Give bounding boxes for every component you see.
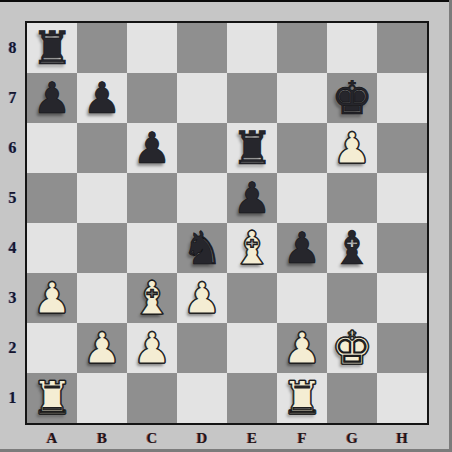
file-label-a: A: [27, 427, 77, 449]
rank-label-8: 8: [0, 23, 25, 73]
square-b4[interactable]: [77, 223, 127, 273]
rank-label-4: 4: [0, 223, 25, 273]
chess-board: ♜♟♟♚♟♜♟♟♞♝♟♝♟♝♟♟♟♟♚♜♜: [25, 21, 429, 425]
piece-white-pawn-g6[interactable]: ♟: [333, 123, 372, 173]
square-d7[interactable]: [177, 73, 227, 123]
square-a7[interactable]: ♟: [27, 73, 77, 123]
rank-label-3: 3: [0, 273, 25, 323]
piece-white-king-g2[interactable]: ♚: [331, 323, 372, 373]
rank-label-7: 7: [0, 73, 25, 123]
square-e8[interactable]: [227, 23, 277, 73]
piece-black-rook-a8[interactable]: ♜: [31, 23, 72, 73]
square-g3[interactable]: [327, 273, 377, 323]
square-a5[interactable]: [27, 173, 77, 223]
square-h8[interactable]: [377, 23, 427, 73]
square-g5[interactable]: [327, 173, 377, 223]
square-g8[interactable]: [327, 23, 377, 73]
rank-label-5: 5: [0, 173, 25, 223]
square-e4[interactable]: ♝: [227, 223, 277, 273]
square-c8[interactable]: [127, 23, 177, 73]
square-b8[interactable]: [77, 23, 127, 73]
rank-label-2: 2: [0, 323, 25, 373]
square-h1[interactable]: [377, 373, 427, 423]
square-c2[interactable]: ♟: [127, 323, 177, 373]
piece-white-pawn-b2[interactable]: ♟: [83, 323, 122, 373]
square-a2[interactable]: [27, 323, 77, 373]
square-b2[interactable]: ♟: [77, 323, 127, 373]
square-f7[interactable]: [277, 73, 327, 123]
piece-white-pawn-a3[interactable]: ♟: [33, 273, 72, 323]
square-e5[interactable]: ♟: [227, 173, 277, 223]
file-label-e: E: [227, 427, 277, 449]
square-b6[interactable]: [77, 123, 127, 173]
square-c3[interactable]: ♝: [127, 273, 177, 323]
square-f3[interactable]: [277, 273, 327, 323]
square-c1[interactable]: [127, 373, 177, 423]
square-h2[interactable]: [377, 323, 427, 373]
square-e2[interactable]: [227, 323, 277, 373]
piece-black-bishop-g4[interactable]: ♝: [331, 223, 372, 273]
square-f6[interactable]: [277, 123, 327, 173]
file-label-b: B: [77, 427, 127, 449]
rank-label-1: 1: [0, 373, 25, 423]
piece-black-king-g7[interactable]: ♚: [331, 73, 372, 123]
square-a6[interactable]: [27, 123, 77, 173]
square-g1[interactable]: [327, 373, 377, 423]
square-d4[interactable]: ♞: [177, 223, 227, 273]
piece-white-pawn-c2[interactable]: ♟: [133, 323, 172, 373]
square-b5[interactable]: [77, 173, 127, 223]
square-e3[interactable]: [227, 273, 277, 323]
piece-white-pawn-d3[interactable]: ♟: [183, 273, 222, 323]
square-f5[interactable]: [277, 173, 327, 223]
square-c5[interactable]: [127, 173, 177, 223]
square-f1[interactable]: ♜: [277, 373, 327, 423]
piece-white-rook-f1[interactable]: ♜: [281, 373, 322, 423]
piece-black-pawn-e5[interactable]: ♟: [233, 173, 272, 223]
square-f2[interactable]: ♟: [277, 323, 327, 373]
piece-black-knight-d4[interactable]: ♞: [181, 223, 222, 273]
square-a1[interactable]: ♜: [27, 373, 77, 423]
piece-white-rook-a1[interactable]: ♜: [31, 373, 72, 423]
square-b7[interactable]: ♟: [77, 73, 127, 123]
square-h4[interactable]: [377, 223, 427, 273]
square-a3[interactable]: ♟: [27, 273, 77, 323]
square-c7[interactable]: [127, 73, 177, 123]
file-label-d: D: [177, 427, 227, 449]
piece-black-pawn-b7[interactable]: ♟: [83, 73, 122, 123]
square-g7[interactable]: ♚: [327, 73, 377, 123]
square-d8[interactable]: [177, 23, 227, 73]
square-h5[interactable]: [377, 173, 427, 223]
file-label-h: H: [377, 427, 427, 449]
square-g4[interactable]: ♝: [327, 223, 377, 273]
square-d1[interactable]: [177, 373, 227, 423]
square-c6[interactable]: ♟: [127, 123, 177, 173]
square-c4[interactable]: [127, 223, 177, 273]
piece-white-bishop-e4[interactable]: ♝: [231, 223, 272, 273]
square-f4[interactable]: ♟: [277, 223, 327, 273]
square-h7[interactable]: [377, 73, 427, 123]
square-d3[interactable]: ♟: [177, 273, 227, 323]
square-a4[interactable]: [27, 223, 77, 273]
square-e6[interactable]: ♜: [227, 123, 277, 173]
file-label-c: C: [127, 427, 177, 449]
piece-black-pawn-c6[interactable]: ♟: [133, 123, 172, 173]
square-h3[interactable]: [377, 273, 427, 323]
square-g6[interactable]: ♟: [327, 123, 377, 173]
square-g2[interactable]: ♚: [327, 323, 377, 373]
rank-label-6: 6: [0, 123, 25, 173]
square-e7[interactable]: [227, 73, 277, 123]
file-label-g: G: [327, 427, 377, 449]
square-f8[interactable]: [277, 23, 327, 73]
frame-top-line: [0, 0, 452, 2]
piece-black-rook-e6[interactable]: ♜: [231, 123, 272, 173]
square-a8[interactable]: ♜: [27, 23, 77, 73]
piece-white-pawn-f2[interactable]: ♟: [283, 323, 322, 373]
chess-diagram: 87654321 ♜♟♟♚♟♜♟♟♞♝♟♝♟♝♟♟♟♟♚♜♜ ABCDEFGH: [0, 0, 452, 452]
square-d6[interactable]: [177, 123, 227, 173]
piece-white-bishop-c3[interactable]: ♝: [131, 273, 172, 323]
square-e1[interactable]: [227, 373, 277, 423]
square-d5[interactable]: [177, 173, 227, 223]
piece-black-pawn-f4[interactable]: ♟: [283, 223, 322, 273]
square-b1[interactable]: [77, 373, 127, 423]
file-label-f: F: [277, 427, 327, 449]
square-d2[interactable]: [177, 323, 227, 373]
square-b3[interactable]: [77, 273, 127, 323]
square-h6[interactable]: [377, 123, 427, 173]
piece-black-pawn-a7[interactable]: ♟: [33, 73, 72, 123]
